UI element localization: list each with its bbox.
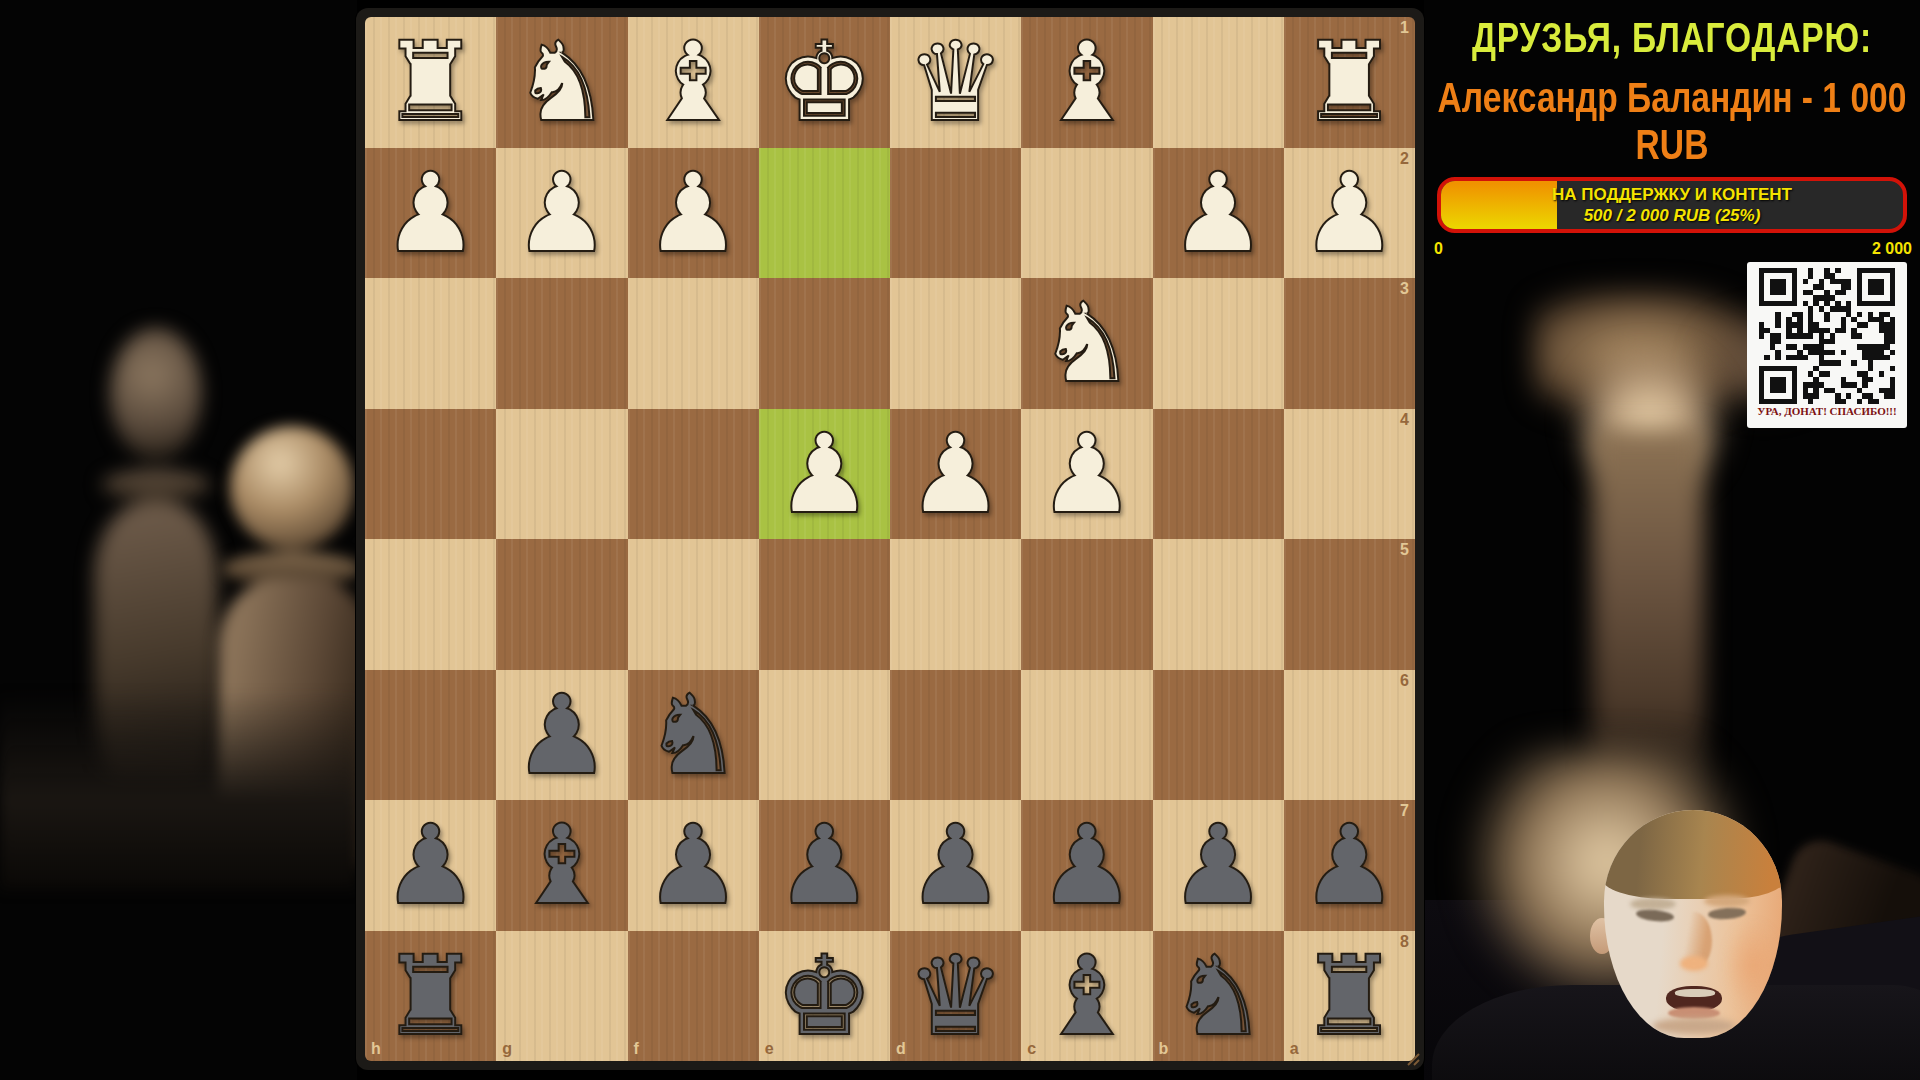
square-g6[interactable]: ♟ xyxy=(496,670,627,801)
qr-caption: УРА, ДОНАТ! СПАСИБО!!! xyxy=(1747,405,1907,417)
white-pawn: ♟ xyxy=(381,158,480,268)
black-king: ♚ xyxy=(775,941,874,1051)
square-a8[interactable]: ♜a8 xyxy=(1284,931,1415,1062)
square-g4[interactable] xyxy=(496,409,627,540)
file-label-c: c xyxy=(1027,1040,1036,1058)
chin-shadow xyxy=(1652,1018,1736,1034)
square-f4[interactable] xyxy=(628,409,759,540)
square-e7[interactable]: ♟ xyxy=(759,800,890,931)
file-label-b: b xyxy=(1159,1040,1169,1058)
square-f2[interactable]: ♟ xyxy=(628,148,759,279)
pawn-head xyxy=(230,426,354,550)
square-d4[interactable]: ♟ xyxy=(890,409,1021,540)
black-pawn: ♟ xyxy=(906,810,1005,920)
black-queen: ♛ xyxy=(906,941,1005,1051)
square-h5[interactable] xyxy=(365,539,496,670)
progress-scale: 0 2 000 xyxy=(1434,240,1912,258)
white-pawn: ♟ xyxy=(775,419,874,529)
file-label-f: f xyxy=(634,1040,639,1058)
square-a6[interactable]: 6 xyxy=(1284,670,1415,801)
square-h6[interactable] xyxy=(365,670,496,801)
square-f6[interactable]: ♞ xyxy=(628,670,759,801)
square-d3[interactable] xyxy=(890,278,1021,409)
square-f8[interactable]: f xyxy=(628,931,759,1062)
square-g2[interactable]: ♟ xyxy=(496,148,627,279)
black-rook: ♜ xyxy=(381,941,480,1051)
square-e4[interactable]: ♟ xyxy=(759,409,890,540)
square-h8[interactable]: ♜h xyxy=(365,931,496,1062)
square-a5[interactable]: 5 xyxy=(1284,539,1415,670)
eyebrow xyxy=(1630,898,1676,910)
nose-tip xyxy=(1680,956,1708,971)
square-b4[interactable] xyxy=(1153,409,1284,540)
black-knight: ♞ xyxy=(1169,941,1268,1051)
background-photo-left xyxy=(0,0,357,1080)
rank-label-4: 4 xyxy=(1400,411,1409,429)
square-a4[interactable]: 4 xyxy=(1284,409,1415,540)
square-e3[interactable] xyxy=(759,278,890,409)
square-e2[interactable] xyxy=(759,148,890,279)
chess-board: ♜♞♝♚♛♝♜1♟♟♟♟♟2♞3♟♟♟45♟♞6♟♝♟♟♟♟♟♟7♜hgf♚e♛… xyxy=(365,17,1415,1061)
qr-code xyxy=(1759,268,1895,404)
square-a7[interactable]: ♟7 xyxy=(1284,800,1415,931)
pawn-collar xyxy=(102,470,210,500)
square-c8[interactable]: ♝c xyxy=(1021,931,1152,1062)
white-queen: ♛ xyxy=(906,27,1005,137)
square-g5[interactable] xyxy=(496,539,627,670)
square-d7[interactable]: ♟ xyxy=(890,800,1021,931)
white-king: ♚ xyxy=(775,27,874,137)
square-g8[interactable]: g xyxy=(496,931,627,1062)
square-c7[interactable]: ♟ xyxy=(1021,800,1152,931)
progress-value: 500 / 2 000 RUB (25%) xyxy=(1584,205,1761,226)
square-b2[interactable]: ♟ xyxy=(1153,148,1284,279)
square-g7[interactable]: ♝ xyxy=(496,800,627,931)
square-h7[interactable]: ♟ xyxy=(365,800,496,931)
square-e6[interactable] xyxy=(759,670,890,801)
black-pawn: ♟ xyxy=(775,810,874,920)
black-pawn: ♟ xyxy=(381,810,480,920)
black-pawn: ♟ xyxy=(1169,810,1268,920)
eye xyxy=(1708,907,1747,921)
qr-panel: УРА, ДОНАТ! СПАСИБО!!! xyxy=(1747,262,1907,428)
square-c2[interactable] xyxy=(1021,148,1152,279)
square-b1[interactable] xyxy=(1153,17,1284,148)
square-c1[interactable]: ♝ xyxy=(1021,17,1152,148)
square-d5[interactable] xyxy=(890,539,1021,670)
square-d2[interactable] xyxy=(890,148,1021,279)
white-pawn: ♟ xyxy=(644,158,743,268)
background-rook-pillar xyxy=(1592,430,1704,800)
square-e1[interactable]: ♚ xyxy=(759,17,890,148)
file-label-g: g xyxy=(502,1040,512,1058)
rank-label-5: 5 xyxy=(1400,541,1409,559)
resize-handle-icon[interactable] xyxy=(1403,1049,1421,1067)
square-h4[interactable] xyxy=(365,409,496,540)
rank-label-3: 3 xyxy=(1400,280,1409,298)
square-c4[interactable]: ♟ xyxy=(1021,409,1152,540)
file-label-e: e xyxy=(765,1040,774,1058)
scale-max: 2 000 xyxy=(1872,240,1912,258)
black-pawn: ♟ xyxy=(1038,810,1137,920)
square-e8[interactable]: ♚e xyxy=(759,931,890,1062)
white-pawn: ♟ xyxy=(1169,158,1268,268)
square-h2[interactable]: ♟ xyxy=(365,148,496,279)
white-pawn: ♟ xyxy=(1038,419,1137,529)
black-pawn: ♟ xyxy=(644,810,743,920)
white-pawn: ♟ xyxy=(1300,158,1399,268)
white-rook: ♜ xyxy=(1300,27,1399,137)
donation-title: ДРУЗЬЯ, БЛАГОДАРЮ: xyxy=(1424,14,1920,62)
square-b5[interactable] xyxy=(1153,539,1284,670)
square-c6[interactable] xyxy=(1021,670,1152,801)
file-label-d: d xyxy=(896,1040,906,1058)
square-a1[interactable]: ♜1 xyxy=(1284,17,1415,148)
black-bishop: ♝ xyxy=(513,810,612,920)
donor-name: Александр Баландин - 1 000 RUB xyxy=(1424,74,1920,168)
square-a2[interactable]: ♟2 xyxy=(1284,148,1415,279)
black-bishop: ♝ xyxy=(1038,941,1137,1051)
square-b8[interactable]: ♞b xyxy=(1153,931,1284,1062)
scale-min: 0 xyxy=(1434,240,1443,258)
white-knight: ♞ xyxy=(1038,288,1137,398)
square-a3[interactable]: 3 xyxy=(1284,278,1415,409)
file-label-a: a xyxy=(1290,1040,1299,1058)
file-label-h: h xyxy=(371,1040,381,1058)
donation-progress-bar: НА ПОДДЕРЖКУ И КОНТЕНТ 500 / 2 000 RUB (… xyxy=(1437,177,1907,233)
square-d8[interactable]: ♛d xyxy=(890,931,1021,1062)
rank-label-8: 8 xyxy=(1400,933,1409,951)
square-e5[interactable] xyxy=(759,539,890,670)
square-f5[interactable] xyxy=(628,539,759,670)
progress-label: НА ПОДДЕРЖКУ И КОНТЕНТ xyxy=(1552,184,1792,205)
white-rook: ♜ xyxy=(381,27,480,137)
square-h3[interactable] xyxy=(365,278,496,409)
square-f7[interactable]: ♟ xyxy=(628,800,759,931)
square-d1[interactable]: ♛ xyxy=(890,17,1021,148)
black-pawn: ♟ xyxy=(1300,810,1399,920)
square-d6[interactable] xyxy=(890,670,1021,801)
black-rook: ♜ xyxy=(1300,941,1399,1051)
rank-label-6: 6 xyxy=(1400,672,1409,690)
white-bishop: ♝ xyxy=(644,27,743,137)
square-b6[interactable] xyxy=(1153,670,1284,801)
eyebrow xyxy=(1704,895,1750,907)
square-h1[interactable]: ♜ xyxy=(365,17,496,148)
square-b7[interactable]: ♟ xyxy=(1153,800,1284,931)
square-g3[interactable] xyxy=(496,278,627,409)
square-f1[interactable]: ♝ xyxy=(628,17,759,148)
square-c3[interactable]: ♞ xyxy=(1021,278,1152,409)
rank-label-7: 7 xyxy=(1400,802,1409,820)
white-knight: ♞ xyxy=(513,27,612,137)
white-pawn: ♟ xyxy=(906,419,1005,529)
pawn-head xyxy=(110,328,202,460)
eye xyxy=(1636,908,1675,923)
square-b3[interactable] xyxy=(1153,278,1284,409)
square-c5[interactable] xyxy=(1021,539,1152,670)
black-pawn: ♟ xyxy=(513,680,612,790)
white-bishop: ♝ xyxy=(1038,27,1137,137)
streamer-face xyxy=(1604,810,1782,1038)
square-f3[interactable] xyxy=(628,278,759,409)
square-g1[interactable]: ♞ xyxy=(496,17,627,148)
white-pawn: ♟ xyxy=(513,158,612,268)
black-knight: ♞ xyxy=(644,680,743,790)
rank-label-1: 1 xyxy=(1400,19,1409,37)
teeth xyxy=(1675,989,1715,997)
board-frame: ♜♞♝♚♛♝♜1♟♟♟♟♟2♞3♟♟♟45♟♞6♟♝♟♟♟♟♟♟7♜hgf♚e♛… xyxy=(356,8,1424,1070)
rank-label-2: 2 xyxy=(1400,150,1409,168)
table-surface xyxy=(0,690,357,890)
